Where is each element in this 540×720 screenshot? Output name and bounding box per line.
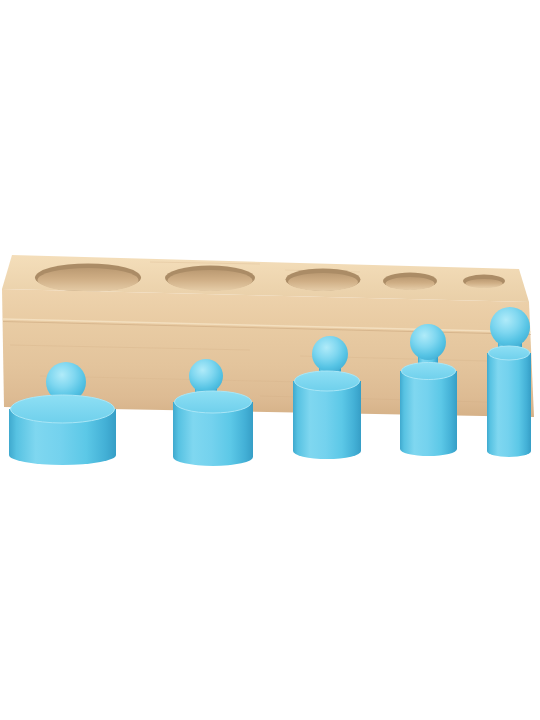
cylinder-top-face (175, 391, 252, 413)
socket-hole-2 (165, 266, 255, 292)
knob (410, 324, 446, 360)
cylinder-body (487, 353, 531, 451)
cylinder-top-face (295, 371, 360, 391)
cylinder-body (400, 371, 457, 449)
knob (312, 336, 348, 372)
socket-hole-3 (286, 269, 361, 292)
socket-hole-5 (463, 275, 505, 289)
cylinder-top-face (402, 363, 456, 380)
cylinder-bottom (173, 448, 253, 466)
knob (490, 307, 530, 347)
socket-hole-1 (35, 264, 141, 293)
cylinder-bottom (400, 442, 457, 456)
knob (189, 359, 223, 393)
cylinder-top-face (11, 395, 115, 423)
cylinder-bottom (9, 445, 116, 465)
cylinder-top-face (489, 346, 530, 360)
product-photo (0, 0, 540, 720)
cylinder-piece-5 (487, 307, 531, 457)
cylinder-bottom (487, 445, 531, 457)
socket-hole-4 (383, 273, 437, 291)
cylinder-bottom (293, 443, 361, 459)
